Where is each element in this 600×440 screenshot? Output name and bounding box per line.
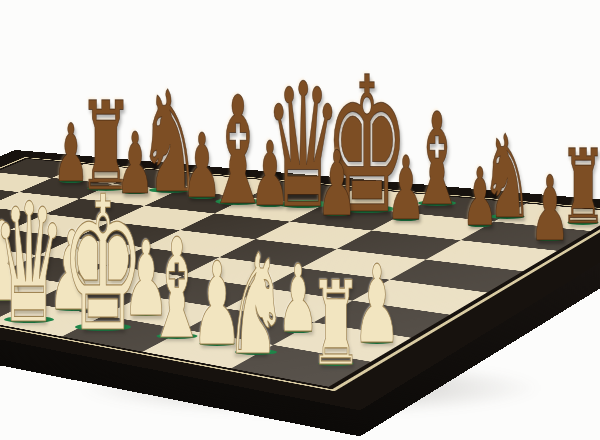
piece-white-queen[interactable]: ♛ (0, 182, 66, 347)
piece-white-knight[interactable]: ♞ (225, 236, 287, 375)
piece-black-pawn[interactable]: ♟ (462, 158, 498, 238)
piece-black-pawn[interactable]: ♟ (386, 145, 425, 233)
piece-black-pawn[interactable]: ♟ (317, 139, 357, 229)
piece-black-pawn[interactable]: ♟ (530, 164, 570, 254)
chess-set-photo: ♜♞♝♛♚♝♞♜♟♟♟♟♟♟♟♟♟♛♟♚♟♝♟♞♟♜♟ (0, 0, 600, 440)
piece-white-rook[interactable]: ♜ (310, 266, 362, 382)
piece-white-king[interactable]: ♚ (61, 172, 144, 358)
